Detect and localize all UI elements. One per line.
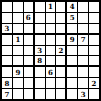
cell-r1c9[interactable] [89,2,99,12]
cell-r3c4[interactable] [35,24,45,34]
cell-r4c2[interactable]: 1 [13,35,23,45]
cell-r8c1[interactable]: 8 [2,78,12,88]
cell-r5c7[interactable] [67,46,77,56]
cell-r2c7[interactable]: 5 [67,13,77,23]
cell-r1c5[interactable]: 1 [46,2,56,12]
cell-r8c9[interactable]: 2 [89,78,99,88]
cell-r9c7[interactable] [67,89,77,99]
cell-r9c1[interactable]: 7 [2,89,12,99]
cell-r7c5[interactable]: 6 [46,67,56,77]
cell-r7c1[interactable] [2,67,12,77]
cell-r5c5[interactable] [46,46,56,56]
cell-r4c8[interactable]: 7 [78,35,88,45]
cell-r8c5[interactable] [46,78,56,88]
cell-r7c4[interactable] [35,67,45,77]
cell-r1c7[interactable]: 4 [67,2,77,12]
cell-r2c3[interactable]: 6 [24,13,34,23]
cell-r5c8[interactable] [78,46,88,56]
cell-r3c8[interactable] [78,24,88,34]
cell-r1c3[interactable] [24,2,34,12]
cell-r5c3[interactable] [24,46,34,56]
cell-r2c8[interactable] [78,13,88,23]
cell-r7c7[interactable] [67,67,77,77]
cell-r3c3[interactable] [24,24,34,34]
cell-r5c9[interactable] [89,46,99,56]
sudoku-board: 14653197328968273 [0,0,101,101]
cell-r6c6[interactable] [56,56,66,66]
cell-r6c9[interactable] [89,56,99,66]
cell-r4c9[interactable] [89,35,99,45]
cell-r9c5[interactable] [46,89,56,99]
cell-r4c4[interactable] [35,35,45,45]
cell-r8c2[interactable] [13,78,23,88]
cell-r7c3[interactable] [24,67,34,77]
cell-r3c7[interactable] [67,24,77,34]
cell-r1c4[interactable] [35,2,45,12]
cell-r1c1[interactable] [2,2,12,12]
cell-r2c5[interactable] [46,13,56,23]
cell-r8c4[interactable] [35,78,45,88]
cell-r2c9[interactable] [89,13,99,23]
cell-r9c4[interactable] [35,89,45,99]
cell-r4c6[interactable] [56,35,66,45]
cell-r8c6[interactable] [56,78,66,88]
cell-r8c7[interactable] [67,78,77,88]
cell-r1c6[interactable] [56,2,66,12]
cell-r7c8[interactable] [78,67,88,77]
cell-r5c4[interactable]: 3 [35,46,45,56]
cell-r3c9[interactable] [89,24,99,34]
cell-r3c1[interactable]: 3 [2,24,12,34]
cell-r2c4[interactable] [35,13,45,23]
cell-r2c2[interactable] [13,13,23,23]
cell-r4c5[interactable] [46,35,56,45]
cell-r4c7[interactable]: 9 [67,35,77,45]
cell-r4c1[interactable] [2,35,12,45]
cell-r9c3[interactable] [24,89,34,99]
cell-r6c3[interactable] [24,56,34,66]
cell-r9c8[interactable]: 3 [78,89,88,99]
cell-r5c6[interactable]: 2 [56,46,66,56]
cell-r1c2[interactable] [13,2,23,12]
cell-r9c9[interactable] [89,89,99,99]
cell-r3c2[interactable] [13,24,23,34]
cell-r9c6[interactable] [56,89,66,99]
cell-r2c6[interactable] [56,13,66,23]
cell-r6c1[interactable] [2,56,12,66]
cell-r6c4[interactable]: 8 [35,56,45,66]
cell-r6c2[interactable] [13,56,23,66]
cell-r8c3[interactable] [24,78,34,88]
cell-r3c6[interactable] [56,24,66,34]
cell-r7c6[interactable] [56,67,66,77]
cell-r3c5[interactable] [46,24,56,34]
cell-r5c2[interactable] [13,46,23,56]
cell-r6c7[interactable] [67,56,77,66]
cell-r6c8[interactable] [78,56,88,66]
cell-r2c1[interactable] [2,13,12,23]
cell-r6c5[interactable] [46,56,56,66]
cell-r4c3[interactable] [24,35,34,45]
cell-r9c2[interactable] [13,89,23,99]
cell-r1c8[interactable] [78,2,88,12]
cell-r7c9[interactable] [89,67,99,77]
cell-r7c2[interactable]: 9 [13,67,23,77]
cell-r8c8[interactable] [78,78,88,88]
cell-r5c1[interactable] [2,46,12,56]
